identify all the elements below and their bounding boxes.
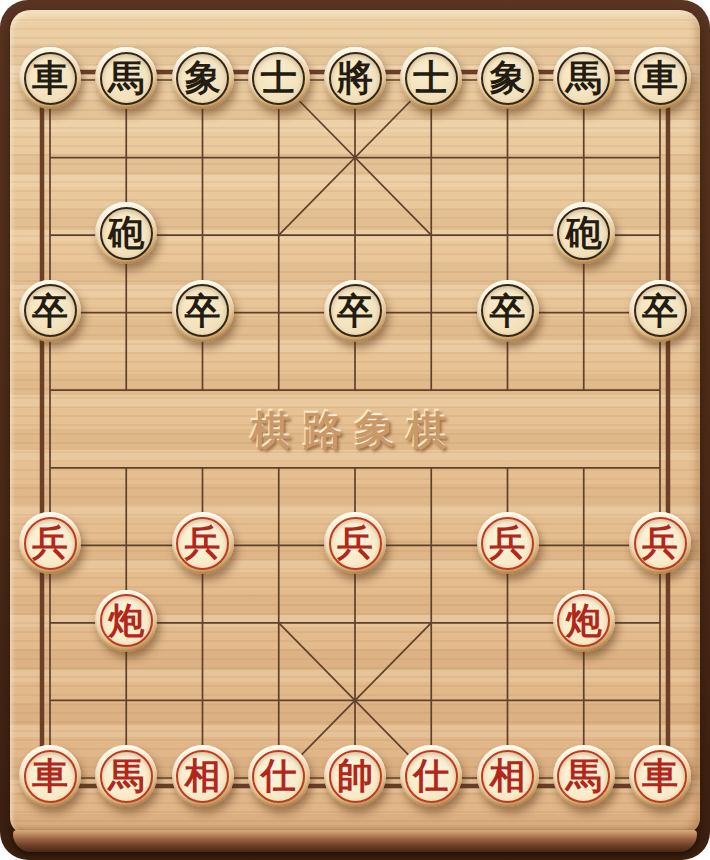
piece-face: 象 — [481, 52, 534, 105]
piece-face: 兵 — [24, 517, 77, 570]
piece-black-elephant-file7-rank1[interactable]: 象 — [477, 47, 539, 109]
piece-face: 砲 — [557, 207, 610, 260]
piece-character: 馬 — [566, 757, 602, 793]
piece-character: 將 — [337, 59, 373, 95]
piece-character: 兵 — [642, 524, 678, 560]
piece-face: 卒 — [24, 284, 77, 337]
piece-character: 車 — [32, 59, 68, 95]
piece-character: 士 — [261, 59, 297, 95]
piece-red-soldier-file7-rank7[interactable]: 兵 — [477, 512, 539, 574]
piece-face: 馬 — [100, 52, 153, 105]
board-grid-lines — [0, 0, 710, 860]
piece-red-soldier-file9-rank7[interactable]: 兵 — [629, 512, 691, 574]
piece-face: 砲 — [100, 207, 153, 260]
piece-character: 象 — [490, 59, 526, 95]
piece-red-advisor-file6-rank10[interactable]: 仕 — [400, 745, 462, 807]
piece-black-soldier-file9-rank4[interactable]: 卒 — [629, 280, 691, 342]
piece-red-cannon-file8-rank8[interactable]: 炮 — [553, 590, 615, 652]
piece-character: 兵 — [185, 524, 221, 560]
piece-black-chariot-file9-rank1[interactable]: 車 — [629, 47, 691, 109]
piece-red-elephant-file3-rank10[interactable]: 相 — [172, 745, 234, 807]
piece-red-general-file5-rank10[interactable]: 帥 — [324, 745, 386, 807]
piece-character: 馬 — [566, 59, 602, 95]
piece-face: 車 — [24, 750, 77, 803]
piece-face: 卒 — [634, 284, 687, 337]
piece-face: 卒 — [176, 284, 229, 337]
piece-black-cannon-file8-rank3[interactable]: 砲 — [553, 202, 615, 264]
piece-character: 卒 — [32, 292, 68, 328]
piece-face: 兵 — [634, 517, 687, 570]
xiangqi-app: 棋路象棋 車馬象士將士象馬車砲砲卒卒卒卒卒兵兵兵兵兵炮炮車馬相仕帥仕相馬車 — [0, 0, 710, 860]
piece-black-horse-file8-rank1[interactable]: 馬 — [553, 47, 615, 109]
piece-character: 相 — [490, 757, 526, 793]
piece-character: 帥 — [337, 757, 373, 793]
piece-character: 砲 — [566, 214, 602, 250]
piece-character: 卒 — [337, 292, 373, 328]
piece-face: 兵 — [481, 517, 534, 570]
piece-character: 仕 — [413, 757, 449, 793]
piece-face: 仕 — [405, 750, 458, 803]
piece-red-soldier-file1-rank7[interactable]: 兵 — [19, 512, 81, 574]
piece-face: 兵 — [176, 517, 229, 570]
piece-face: 兵 — [329, 517, 382, 570]
piece-character: 卒 — [642, 292, 678, 328]
piece-character: 卒 — [185, 292, 221, 328]
piece-black-chariot-file1-rank1[interactable]: 車 — [19, 47, 81, 109]
piece-face: 帥 — [329, 750, 382, 803]
piece-black-soldier-file3-rank4[interactable]: 卒 — [172, 280, 234, 342]
piece-black-advisor-file6-rank1[interactable]: 士 — [400, 47, 462, 109]
piece-character: 相 — [185, 757, 221, 793]
piece-character: 象 — [185, 59, 221, 95]
piece-character: 車 — [642, 59, 678, 95]
piece-character: 馬 — [108, 757, 144, 793]
piece-red-chariot-file9-rank10[interactable]: 車 — [629, 745, 691, 807]
piece-character: 仕 — [261, 757, 297, 793]
piece-black-horse-file2-rank1[interactable]: 馬 — [95, 47, 157, 109]
piece-character: 砲 — [108, 214, 144, 250]
piece-red-soldier-file5-rank7[interactable]: 兵 — [324, 512, 386, 574]
piece-face: 士 — [252, 52, 305, 105]
piece-face: 馬 — [100, 750, 153, 803]
piece-red-elephant-file7-rank10[interactable]: 相 — [477, 745, 539, 807]
piece-red-horse-file8-rank10[interactable]: 馬 — [553, 745, 615, 807]
piece-black-elephant-file3-rank1[interactable]: 象 — [172, 47, 234, 109]
piece-face: 象 — [176, 52, 229, 105]
piece-character: 兵 — [490, 524, 526, 560]
piece-character: 車 — [32, 757, 68, 793]
piece-face: 車 — [634, 750, 687, 803]
piece-black-cannon-file2-rank3[interactable]: 砲 — [95, 202, 157, 264]
piece-character: 炮 — [566, 602, 602, 638]
piece-face: 仕 — [252, 750, 305, 803]
piece-face: 車 — [24, 52, 77, 105]
piece-character: 馬 — [108, 59, 144, 95]
piece-black-advisor-file4-rank1[interactable]: 士 — [248, 47, 310, 109]
piece-character: 兵 — [337, 524, 373, 560]
piece-face: 卒 — [329, 284, 382, 337]
piece-face: 將 — [329, 52, 382, 105]
piece-face: 車 — [634, 52, 687, 105]
piece-character: 兵 — [32, 524, 68, 560]
piece-black-general-file5-rank1[interactable]: 將 — [324, 47, 386, 109]
piece-black-soldier-file5-rank4[interactable]: 卒 — [324, 280, 386, 342]
piece-character: 卒 — [490, 292, 526, 328]
piece-red-horse-file2-rank10[interactable]: 馬 — [95, 745, 157, 807]
piece-face: 馬 — [557, 52, 610, 105]
piece-face: 卒 — [481, 284, 534, 337]
piece-black-soldier-file1-rank4[interactable]: 卒 — [19, 280, 81, 342]
piece-face: 炮 — [100, 594, 153, 647]
piece-character: 炮 — [108, 602, 144, 638]
piece-face: 馬 — [557, 750, 610, 803]
piece-face: 士 — [405, 52, 458, 105]
piece-red-soldier-file3-rank7[interactable]: 兵 — [172, 512, 234, 574]
piece-character: 車 — [642, 757, 678, 793]
piece-red-chariot-file1-rank10[interactable]: 車 — [19, 745, 81, 807]
piece-face: 炮 — [557, 594, 610, 647]
piece-character: 士 — [413, 59, 449, 95]
piece-red-advisor-file4-rank10[interactable]: 仕 — [248, 745, 310, 807]
piece-red-cannon-file2-rank8[interactable]: 炮 — [95, 590, 157, 652]
piece-black-soldier-file7-rank4[interactable]: 卒 — [477, 280, 539, 342]
piece-face: 相 — [176, 750, 229, 803]
piece-face: 相 — [481, 750, 534, 803]
